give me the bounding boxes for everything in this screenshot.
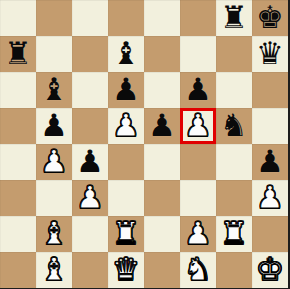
square-h2[interactable]: [252, 216, 288, 252]
black-bishop-b6[interactable]: ♝: [40, 71, 68, 107]
black-pawn-e5[interactable]: ♟: [148, 107, 176, 143]
square-c7[interactable]: [72, 36, 108, 72]
square-e6[interactable]: [144, 72, 180, 108]
white-pawn-f2[interactable]: ♟: [184, 215, 212, 251]
white-rook-g2[interactable]: ♜: [220, 215, 248, 251]
square-d2[interactable]: ♜: [108, 216, 144, 252]
square-d6[interactable]: ♟: [108, 72, 144, 108]
square-g7[interactable]: [216, 36, 252, 72]
square-c5[interactable]: [72, 108, 108, 144]
square-b3[interactable]: [36, 180, 72, 216]
square-h6[interactable]: [252, 72, 288, 108]
black-pawn-d6[interactable]: ♟: [112, 71, 140, 107]
white-knight-f1[interactable]: ♞: [184, 251, 212, 287]
black-pawn-h4[interactable]: ♟: [256, 143, 284, 179]
square-a5[interactable]: [0, 108, 36, 144]
square-f7[interactable]: [180, 36, 216, 72]
square-e3[interactable]: [144, 180, 180, 216]
black-bishop-d7[interactable]: ♝: [112, 35, 140, 71]
chess-board-frame: ♜♚♜♝♛♝♟♟♟♟♟♟♞♟♟♟♟♟♝♜♟♜♝♛♞♚: [0, 0, 290, 289]
square-h5[interactable]: [252, 108, 288, 144]
black-king-h8[interactable]: ♚: [256, 0, 284, 35]
black-rook-g8[interactable]: ♜: [220, 0, 248, 35]
chess-board: ♜♚♜♝♛♝♟♟♟♟♟♟♞♟♟♟♟♟♝♜♟♜♝♛♞♚: [0, 0, 288, 288]
square-e7[interactable]: [144, 36, 180, 72]
black-queen-h7[interactable]: ♛: [256, 35, 284, 71]
square-b7[interactable]: [36, 36, 72, 72]
square-h8[interactable]: ♚: [252, 0, 288, 36]
black-knight-g5[interactable]: ♞: [220, 107, 248, 143]
square-e4[interactable]: [144, 144, 180, 180]
square-f5-highlighted[interactable]: ♟: [180, 108, 216, 144]
square-b5[interactable]: ♟: [36, 108, 72, 144]
square-g2[interactable]: ♜: [216, 216, 252, 252]
square-e2[interactable]: [144, 216, 180, 252]
square-e5[interactable]: ♟: [144, 108, 180, 144]
square-f8[interactable]: [180, 0, 216, 36]
square-g5[interactable]: ♞: [216, 108, 252, 144]
white-bishop-b2[interactable]: ♝: [40, 215, 68, 251]
square-b4[interactable]: ♟: [36, 144, 72, 180]
square-c6[interactable]: [72, 72, 108, 108]
square-g3[interactable]: [216, 180, 252, 216]
square-f6[interactable]: ♟: [180, 72, 216, 108]
square-c3[interactable]: ♟: [72, 180, 108, 216]
square-a2[interactable]: [0, 216, 36, 252]
square-d4[interactable]: [108, 144, 144, 180]
white-pawn-h3[interactable]: ♟: [256, 179, 284, 215]
square-g4[interactable]: [216, 144, 252, 180]
white-rook-d2[interactable]: ♜: [112, 215, 140, 251]
square-g1[interactable]: [216, 252, 252, 288]
black-rook-a7[interactable]: ♜: [4, 35, 32, 71]
white-pawn-d5[interactable]: ♟: [112, 107, 140, 143]
square-d7[interactable]: ♝: [108, 36, 144, 72]
square-a3[interactable]: [0, 180, 36, 216]
square-a8[interactable]: [0, 0, 36, 36]
square-e1[interactable]: [144, 252, 180, 288]
black-pawn-c4[interactable]: ♟: [76, 143, 104, 179]
square-a1[interactable]: [0, 252, 36, 288]
square-h4[interactable]: ♟: [252, 144, 288, 180]
square-g8[interactable]: ♜: [216, 0, 252, 36]
square-d5[interactable]: ♟: [108, 108, 144, 144]
square-h3[interactable]: ♟: [252, 180, 288, 216]
square-e8[interactable]: [144, 0, 180, 36]
square-d8[interactable]: [108, 0, 144, 36]
square-a6[interactable]: [0, 72, 36, 108]
square-d1[interactable]: ♛: [108, 252, 144, 288]
black-pawn-f6[interactable]: ♟: [184, 71, 212, 107]
square-d3[interactable]: [108, 180, 144, 216]
white-pawn-f5[interactable]: ♟: [184, 107, 212, 143]
square-h7[interactable]: ♛: [252, 36, 288, 72]
square-a4[interactable]: [0, 144, 36, 180]
square-f1[interactable]: ♞: [180, 252, 216, 288]
square-a7[interactable]: ♜: [0, 36, 36, 72]
square-f2[interactable]: ♟: [180, 216, 216, 252]
square-g6[interactable]: [216, 72, 252, 108]
square-c2[interactable]: [72, 216, 108, 252]
white-pawn-b4[interactable]: ♟: [40, 143, 68, 179]
square-c1[interactable]: [72, 252, 108, 288]
square-c8[interactable]: [72, 0, 108, 36]
square-c4[interactable]: ♟: [72, 144, 108, 180]
square-b6[interactable]: ♝: [36, 72, 72, 108]
square-b1[interactable]: ♝: [36, 252, 72, 288]
white-queen-d1[interactable]: ♛: [112, 251, 140, 287]
white-pawn-c3[interactable]: ♟: [76, 179, 104, 215]
square-f3[interactable]: [180, 180, 216, 216]
black-pawn-b5[interactable]: ♟: [40, 107, 68, 143]
square-b2[interactable]: ♝: [36, 216, 72, 252]
white-king-h1[interactable]: ♚: [256, 251, 284, 287]
square-f4[interactable]: [180, 144, 216, 180]
square-h1[interactable]: ♚: [252, 252, 288, 288]
square-b8[interactable]: [36, 0, 72, 36]
white-bishop-b1[interactable]: ♝: [40, 251, 68, 287]
